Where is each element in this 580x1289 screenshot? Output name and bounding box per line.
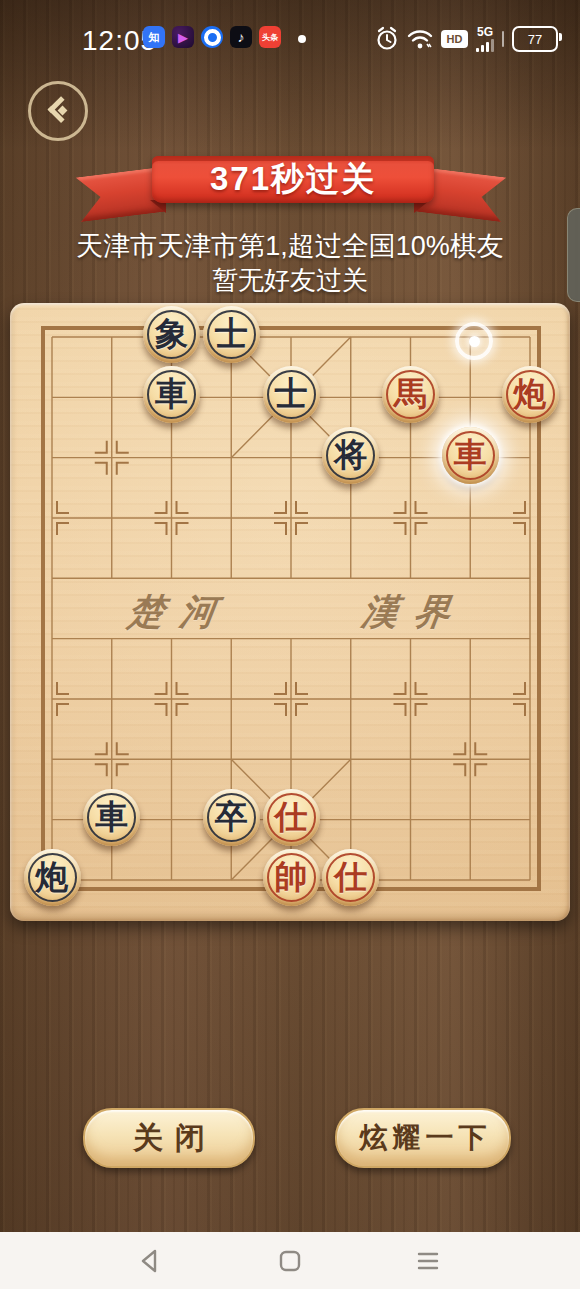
piece-red-chariot[interactable]: 車 [442, 427, 499, 484]
piece-character: 馬 [394, 372, 427, 417]
piece-character: 炮 [514, 372, 547, 417]
piece-character: 仕 [275, 795, 308, 840]
piece-character: 士 [275, 372, 308, 417]
piece-character: 車 [155, 372, 188, 417]
ribbon-band: 371秒过关 [152, 156, 434, 203]
piece-character: 帥 [275, 855, 308, 900]
hd-badge: HD [441, 30, 468, 48]
notification-app-icons: 知 ▶ ♪ 头条 [143, 26, 281, 48]
tiktok-app-icon: ♪ [230, 26, 252, 48]
alarm-clock-icon [375, 26, 399, 52]
phone-screen: 12:05 知 ▶ ♪ 头条 HD 5G [0, 0, 580, 1289]
piece-red-cannon[interactable]: 炮 [502, 366, 559, 423]
ribbon-fold-right [414, 200, 430, 213]
wifi-icon [407, 27, 433, 51]
notification-dot-icon [298, 35, 306, 43]
piece-red-advisor[interactable]: 仕 [322, 849, 379, 906]
browser-app-icon [201, 26, 223, 48]
side-panel-handle[interactable] [567, 208, 580, 302]
piece-character: 象 [155, 312, 188, 357]
toutiao-app-icon: 头条 [259, 26, 281, 48]
pieces-layer: 象士車士馬炮将車車卒仕炮帥仕 [10, 303, 570, 921]
back-button[interactable] [28, 81, 88, 141]
piece-character: 炮 [36, 855, 69, 900]
piece-character: 車 [95, 795, 128, 840]
video-app-icon: ▶ [172, 26, 194, 48]
network-type-label: 5G [477, 26, 493, 38]
pass-time-title: 371秒过关 [210, 157, 376, 202]
nav-home-icon[interactable] [275, 1246, 305, 1276]
nav-menu-icon[interactable] [413, 1246, 443, 1276]
piece-character: 士 [215, 312, 248, 357]
ribbon-fold-left [150, 200, 166, 213]
chevron-left-icon [48, 98, 68, 124]
last-move-origin-marker [455, 322, 493, 360]
piece-character: 将 [334, 433, 367, 478]
piece-red-horse[interactable]: 馬 [382, 366, 439, 423]
battery-level: 77 [528, 32, 542, 47]
ribbon-tail-left [76, 167, 167, 222]
status-divider [502, 31, 504, 47]
status-bar: 12:05 知 ▶ ♪ 头条 HD 5G [0, 18, 580, 64]
ribbon-tail-right [416, 167, 507, 222]
piece-character: 仕 [334, 855, 367, 900]
nav-back-icon[interactable] [135, 1246, 165, 1276]
cellular-signal-icon: 5G [476, 26, 494, 52]
piece-character: 卒 [215, 795, 248, 840]
piece-red-advisor[interactable]: 仕 [263, 789, 320, 846]
piece-black-elephant[interactable]: 象 [143, 306, 200, 363]
piece-black-chariot[interactable]: 車 [143, 366, 200, 423]
piece-black-cannon[interactable]: 炮 [24, 849, 81, 906]
show-off-button[interactable]: 炫耀一下 [335, 1108, 511, 1168]
xiangqi-board[interactable]: 楚河 漢界 象士車士馬炮将車車卒仕炮帥仕 [10, 303, 570, 921]
piece-black-pawn[interactable]: 卒 [203, 789, 260, 846]
piece-character: 車 [454, 433, 487, 478]
piece-black-advisor[interactable]: 士 [203, 306, 260, 363]
piece-red-general[interactable]: 帥 [263, 849, 320, 906]
close-button[interactable]: 关闭 [83, 1108, 255, 1168]
friends-pass-text: 暂无好友过关 [0, 263, 580, 298]
zhihu-app-icon: 知 [143, 26, 165, 48]
status-icons: HD 5G 77 [375, 24, 558, 54]
piece-black-advisor[interactable]: 士 [263, 366, 320, 423]
battery-icon: 77 [512, 26, 558, 52]
rank-text: 天津市天津市第1,超过全国10%棋友 [0, 228, 580, 264]
piece-black-general[interactable]: 将 [322, 427, 379, 484]
android-nav-bar [0, 1232, 580, 1289]
piece-black-chariot[interactable]: 車 [83, 789, 140, 846]
